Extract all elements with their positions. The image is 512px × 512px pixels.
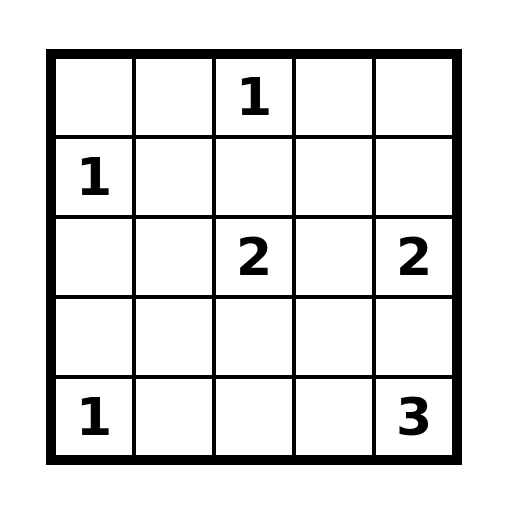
cell-r3c2[interactable]: [136, 219, 212, 295]
cell-r5c2[interactable]: [136, 379, 212, 455]
cell-r4c2[interactable]: [136, 299, 212, 375]
cell-r1c5[interactable]: [376, 59, 452, 135]
cell-r4c4[interactable]: [296, 299, 372, 375]
cell-r2c5[interactable]: [376, 139, 452, 215]
cell-r1c3: 1: [216, 59, 292, 135]
cell-r2c4[interactable]: [296, 139, 372, 215]
cell-r5c3[interactable]: [216, 379, 292, 455]
cell-r5c1: 1: [56, 379, 132, 455]
cell-r5c5: 3: [376, 379, 452, 455]
cell-r3c1[interactable]: [56, 219, 132, 295]
cell-r3c4[interactable]: [296, 219, 372, 295]
cell-r2c1: 1: [56, 139, 132, 215]
puzzle-grid: 112213: [56, 59, 452, 455]
cell-r1c2[interactable]: [136, 59, 212, 135]
cell-r2c2[interactable]: [136, 139, 212, 215]
puzzle-board: 112213: [46, 49, 462, 465]
cell-r4c5[interactable]: [376, 299, 452, 375]
cell-r5c4[interactable]: [296, 379, 372, 455]
cell-r1c1[interactable]: [56, 59, 132, 135]
cell-r4c3[interactable]: [216, 299, 292, 375]
cell-r3c3: 2: [216, 219, 292, 295]
cell-r4c1[interactable]: [56, 299, 132, 375]
cell-r2c3[interactable]: [216, 139, 292, 215]
cell-r1c4[interactable]: [296, 59, 372, 135]
cell-r3c5: 2: [376, 219, 452, 295]
